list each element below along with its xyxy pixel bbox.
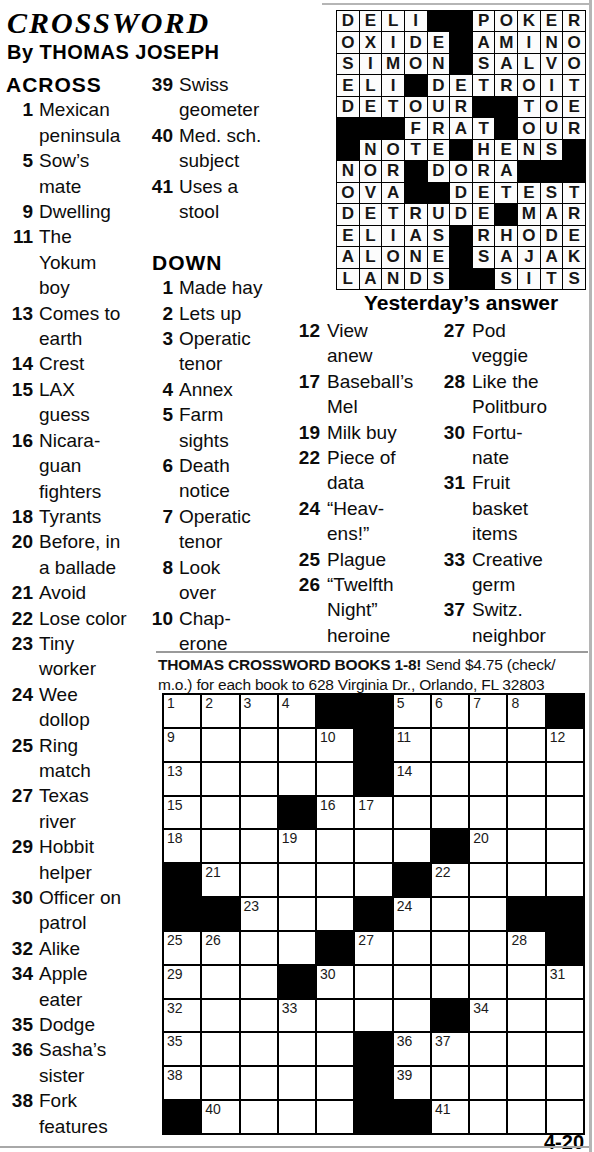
puzzle-cell-r11c4[interactable] xyxy=(279,1033,315,1065)
puzzle-cell-r9c5[interactable]: 30 xyxy=(317,966,353,998)
clue-40: 40Med. sch. subject xyxy=(143,123,300,174)
clue-text: Farm sights xyxy=(179,402,229,453)
puzzle-cell-r3c8[interactable] xyxy=(432,763,468,795)
cell-number: 21 xyxy=(205,864,221,880)
clue-text: LAX guess xyxy=(39,377,90,428)
answer-cell-r10c11: R xyxy=(563,204,585,224)
puzzle-cell-r11c5[interactable] xyxy=(317,1033,353,1065)
puzzle-cell-r11c7[interactable]: 36 xyxy=(394,1033,430,1065)
puzzle-cell-r9c11[interactable]: 31 xyxy=(547,966,583,998)
answer-cell-r6c8 xyxy=(495,118,517,138)
clue-22: 22Piece of data xyxy=(292,445,438,496)
answer-cell-r11c7: R xyxy=(473,226,495,246)
clue-number: 18 xyxy=(6,504,33,529)
puzzle-cell-r1c3[interactable]: 3 xyxy=(241,695,277,727)
clue-21: 21Avoid xyxy=(6,580,154,605)
puzzle-cell-r12c10[interactable] xyxy=(508,1067,544,1099)
cell-number: 18 xyxy=(167,830,183,846)
clue-number: 9 xyxy=(6,199,33,224)
puzzle-cell-r10c10[interactable] xyxy=(508,1000,544,1032)
puzzle-cell-r9c8[interactable] xyxy=(432,966,468,998)
puzzle-cell-r12c9[interactable] xyxy=(470,1067,506,1099)
clue-number: 10 xyxy=(143,606,173,657)
puzzle-cell-r8c2[interactable]: 26 xyxy=(202,932,238,964)
puzzle-cell-r1c4[interactable]: 4 xyxy=(279,695,315,727)
answer-cell-r11c5: S xyxy=(428,226,450,246)
clue-text: Tyrants xyxy=(39,504,101,529)
puzzle-cell-r3c9[interactable] xyxy=(470,763,506,795)
puzzle-cell-r7c2 xyxy=(202,898,238,930)
clue-1: 1Made hay xyxy=(143,275,300,300)
clue-text: Officer on patrol xyxy=(39,885,121,936)
puzzle-cell-r3c3[interactable] xyxy=(241,763,277,795)
answer-cell-r9c7: E xyxy=(473,183,495,203)
puzzle-cell-r4c11[interactable] xyxy=(547,797,583,829)
answer-cell-r2c4: D xyxy=(405,32,427,52)
puzzle-cell-r10c8 xyxy=(432,1000,468,1032)
across-clue-list-1: 1Mexican peninsula5Sow’s mate9Dwelling11… xyxy=(6,97,154,1139)
cell-number: 22 xyxy=(435,864,451,880)
clue-24: 24Wee dollop xyxy=(6,682,154,733)
clue-number: 7 xyxy=(143,504,173,555)
clue-text: Before, in a ballade xyxy=(39,529,120,580)
puzzle-cell-r7c8[interactable] xyxy=(432,898,468,930)
puzzle-cell-r7c9[interactable] xyxy=(470,898,506,930)
answer-cell-r4c3: I xyxy=(382,75,404,95)
puzzle-cell-r10c11[interactable] xyxy=(547,1000,583,1032)
puzzle-cell-r12c8[interactable] xyxy=(432,1067,468,1099)
puzzle-cell-r12c1[interactable]: 38 xyxy=(164,1067,200,1099)
clue-text: Lets up xyxy=(179,301,241,326)
clue-text: Death notice xyxy=(179,453,230,504)
puzzle-cell-r13c11[interactable] xyxy=(547,1101,583,1133)
puzzle-cell-r6c6[interactable] xyxy=(355,864,391,896)
puzzle-cell-r1c11 xyxy=(547,695,583,727)
answer-cell-r12c2: L xyxy=(360,247,382,267)
answer-cell-r5c4: O xyxy=(405,97,427,117)
puzzle-cell-r7c3[interactable]: 23 xyxy=(241,898,277,930)
answer-cell-r10c9: M xyxy=(518,204,540,224)
puzzle-cell-r2c8[interactable] xyxy=(432,729,468,761)
clue-22: 22Lose color xyxy=(6,606,154,631)
answer-cell-r8c2: O xyxy=(360,161,382,181)
puzzle-cell-r13c4[interactable] xyxy=(279,1101,315,1133)
clue-27: 27Texas river xyxy=(6,783,154,834)
puzzle-cell-r12c5[interactable] xyxy=(317,1067,353,1099)
puzzle-cell-r2c9[interactable] xyxy=(470,729,506,761)
answer-cell-r4c5: D xyxy=(428,75,450,95)
puzzle-cell-r4c8[interactable] xyxy=(432,797,468,829)
clue-text: Dwelling xyxy=(39,199,111,224)
puzzle-cell-r10c6[interactable] xyxy=(355,1000,391,1032)
answer-cell-r2c8: M xyxy=(495,32,517,52)
puzzle-cell-r10c1[interactable]: 32 xyxy=(164,1000,200,1032)
answer-cell-r8c9 xyxy=(518,161,540,181)
answer-cell-r2c9: I xyxy=(518,32,540,52)
answer-cell-r8c8: A xyxy=(495,161,517,181)
puzzle-cell-r10c9[interactable]: 34 xyxy=(470,1000,506,1032)
bottom-divider-line xyxy=(0,1146,592,1148)
puzzle-cell-r12c11[interactable] xyxy=(547,1067,583,1099)
answer-cell-r10c2: E xyxy=(360,204,382,224)
clue-number: 27 xyxy=(437,318,465,369)
spacer xyxy=(143,224,300,249)
clue-number: 37 xyxy=(437,597,465,648)
answer-cell-r6c1 xyxy=(337,118,359,138)
clue-text: Milk buy xyxy=(327,420,397,445)
puzzle-cell-r13c7 xyxy=(394,1101,430,1133)
answer-cell-r5c9: T xyxy=(518,97,540,117)
puzzle-cell-r1c1[interactable]: 1 xyxy=(164,695,200,727)
answer-cell-r1c11: R xyxy=(563,11,585,31)
answer-cell-r5c8 xyxy=(495,97,517,117)
puzzle-cell-r9c10[interactable] xyxy=(508,966,544,998)
puzzle-cell-r12c3[interactable] xyxy=(241,1067,277,1099)
puzzle-cell-r13c5[interactable] xyxy=(317,1101,353,1133)
clue-number: 25 xyxy=(6,733,33,784)
puzzle-cell-r10c3[interactable] xyxy=(241,1000,277,1032)
puzzle-cell-r8c3[interactable] xyxy=(241,932,277,964)
answer-cell-r1c6 xyxy=(450,11,472,31)
clue-text: Plague xyxy=(327,547,386,572)
puzzle-cell-r5c9[interactable]: 20 xyxy=(470,830,506,862)
puzzle-cell-r8c9[interactable] xyxy=(470,932,506,964)
clue-text: Lose color xyxy=(39,606,127,631)
down-clue-list-3: 27Pod veggie28Like the Politburo30Fortu-… xyxy=(437,318,589,648)
answer-cell-r7c11 xyxy=(563,140,585,160)
puzzle-cell-r9c6[interactable] xyxy=(355,966,391,998)
answer-cell-r6c7: T xyxy=(473,118,495,138)
puzzle-cell-r9c9[interactable] xyxy=(470,966,506,998)
clue-35: 35Dodge xyxy=(6,1012,154,1037)
puzzle-cell-r5c4[interactable]: 19 xyxy=(279,830,315,862)
puzzle-cell-r11c9[interactable] xyxy=(470,1033,506,1065)
cell-number: 4 xyxy=(282,695,290,711)
cell-number: 23 xyxy=(244,898,260,914)
puzzle-cell-r5c8 xyxy=(432,830,468,862)
puzzle-cell-r5c5[interactable] xyxy=(317,830,353,862)
answer-cell-r8c3: R xyxy=(382,161,404,181)
puzzle-cell-r4c6[interactable]: 17 xyxy=(355,797,391,829)
cell-number: 8 xyxy=(511,695,519,711)
clue-10: 10Chap- erone xyxy=(143,606,300,657)
puzzle-cell-r2c4[interactable] xyxy=(279,729,315,761)
puzzle-cell-r10c4[interactable]: 33 xyxy=(279,1000,315,1032)
puzzle-cell-r13c8[interactable]: 41 xyxy=(432,1101,468,1133)
cell-number: 36 xyxy=(397,1033,413,1049)
clue-number: 22 xyxy=(6,606,33,631)
puzzle-cell-r12c7[interactable]: 39 xyxy=(394,1067,430,1099)
puzzle-cell-r12c4[interactable] xyxy=(279,1067,315,1099)
puzzle-cell-r1c6 xyxy=(355,695,391,727)
puzzle-cell-r3c7[interactable]: 14 xyxy=(394,763,430,795)
puzzle-cell-r6c9[interactable] xyxy=(470,864,506,896)
clue-number: 36 xyxy=(6,1037,33,1088)
puzzle-cell-r4c7[interactable] xyxy=(394,797,430,829)
puzzle-cell-r6c5[interactable] xyxy=(317,864,353,896)
clue-13: 13Comes to earth xyxy=(6,301,154,352)
answer-cell-r12c9: J xyxy=(518,247,540,267)
puzzle-cell-r8c4[interactable] xyxy=(279,932,315,964)
clue-18: 18Tyrants xyxy=(6,504,154,529)
clue-12: 12View anew xyxy=(292,318,438,369)
crossword-page: CROSSWORD By THOMAS JOSEPH ACROSS 1Mexic… xyxy=(0,0,594,1152)
clue-text: Comes to earth xyxy=(39,301,120,352)
puzzle-cell-r13c3[interactable] xyxy=(241,1101,277,1133)
puzzle-cell-r4c2[interactable] xyxy=(202,797,238,829)
answer-cell-r8c5: D xyxy=(428,161,450,181)
clue-text: Sow’s mate xyxy=(39,148,89,199)
answer-cell-r2c7: A xyxy=(473,32,495,52)
puzzle-cell-r10c5[interactable] xyxy=(317,1000,353,1032)
puzzle-cell-r11c1[interactable]: 35 xyxy=(164,1033,200,1065)
cell-number: 19 xyxy=(282,830,298,846)
clue-5: 5Farm sights xyxy=(143,402,300,453)
clue-number: 11 xyxy=(6,224,33,300)
puzzle-cell-r5c3[interactable] xyxy=(241,830,277,862)
answer-cell-r12c8: A xyxy=(495,247,517,267)
puzzle-cell-r11c3[interactable] xyxy=(241,1033,277,1065)
puzzle-cell-r10c2[interactable] xyxy=(202,1000,238,1032)
clue-text: Med. sch. subject xyxy=(179,123,261,174)
puzzle-cell-r3c2[interactable] xyxy=(202,763,238,795)
puzzle-cell-r5c6[interactable] xyxy=(355,830,391,862)
clue-number: 30 xyxy=(437,420,465,471)
answer-cell-r9c11: T xyxy=(563,183,585,203)
puzzle-cell-r13c2[interactable]: 40 xyxy=(202,1101,238,1133)
answer-cell-r11c3: I xyxy=(382,226,404,246)
cell-number: 5 xyxy=(397,695,405,711)
puzzle-cell-r11c10[interactable] xyxy=(508,1033,544,1065)
answer-cell-r12c6 xyxy=(450,247,472,267)
puzzle-cell-r1c2[interactable]: 2 xyxy=(202,695,238,727)
answer-cell-r8c7: R xyxy=(473,161,495,181)
puzzle-cell-r4c10[interactable] xyxy=(508,797,544,829)
cell-number: 2 xyxy=(205,695,213,711)
puzzle-cell-r8c10[interactable]: 28 xyxy=(508,932,544,964)
puzzle-cell-r13c10[interactable] xyxy=(508,1101,544,1133)
puzzle-cell-r6c8[interactable]: 22 xyxy=(432,864,468,896)
puzzle-cell-r7c5[interactable] xyxy=(317,898,353,930)
clue-number: 1 xyxy=(6,97,33,148)
answer-cell-r9c5 xyxy=(428,183,450,203)
puzzle-cell-r4c1[interactable]: 15 xyxy=(164,797,200,829)
puzzle-cell-r13c9[interactable] xyxy=(470,1101,506,1133)
puzzle-cell-r4c5[interactable]: 16 xyxy=(317,797,353,829)
puzzle-cell-r3c4[interactable] xyxy=(279,763,315,795)
clue-text: The Yokum boy xyxy=(39,224,96,300)
answer-cell-r3c9: L xyxy=(518,54,540,74)
puzzle-cell-r10c7[interactable] xyxy=(394,1000,430,1032)
cell-number: 13 xyxy=(167,763,183,779)
answer-cell-r4c10: I xyxy=(541,75,563,95)
clue-text: Fork features xyxy=(39,1088,108,1139)
puzzle-cell-r8c1[interactable]: 25 xyxy=(164,932,200,964)
answer-cell-r1c2: E xyxy=(360,11,382,31)
puzzle-cell-r4c3[interactable] xyxy=(241,797,277,829)
page-title: CROSSWORD xyxy=(7,6,210,40)
across-clues-column: ACROSS 1Mexican peninsula5Sow’s mate9Dwe… xyxy=(6,72,154,1139)
puzzle-cell-r2c11[interactable]: 12 xyxy=(547,729,583,761)
clue-number: 2 xyxy=(143,301,173,326)
puzzle-cell-r7c11 xyxy=(547,898,583,930)
clue-text: Made hay xyxy=(179,275,262,300)
clue-number: 24 xyxy=(6,682,33,733)
clue-text: Uses a stool xyxy=(179,174,238,225)
answer-cell-r6c5: R xyxy=(428,118,450,138)
answer-cell-r10c8 xyxy=(495,204,517,224)
clue-38: 38Fork features xyxy=(6,1088,154,1139)
puzzle-cell-r2c5[interactable]: 10 xyxy=(317,729,353,761)
puzzle-cell-r11c8[interactable]: 37 xyxy=(432,1033,468,1065)
cell-number: 39 xyxy=(397,1067,413,1083)
clue-number: 30 xyxy=(6,885,33,936)
clue-number: 14 xyxy=(6,351,33,376)
across-header: ACROSS xyxy=(6,72,154,97)
puzzle-cell-r9c1[interactable]: 29 xyxy=(164,966,200,998)
clue-25: 25Ring match xyxy=(6,733,154,784)
answer-cell-r5c10: O xyxy=(541,97,563,117)
cell-number: 20 xyxy=(473,830,489,846)
puzzle-cell-r2c10[interactable] xyxy=(508,729,544,761)
answer-cell-r1c9: K xyxy=(518,11,540,31)
puzzle-cell-r8c6[interactable]: 27 xyxy=(355,932,391,964)
puzzle-cell-r3c5[interactable] xyxy=(317,763,353,795)
puzzle-cell-r1c7[interactable]: 5 xyxy=(394,695,430,727)
clue-31: 31Fruit basket items xyxy=(437,470,589,546)
down-clues-column-3: 27Pod veggie28Like the Politburo30Fortu-… xyxy=(437,318,589,648)
clue-text: Piece of data xyxy=(327,445,396,496)
puzzle-cell-r5c2[interactable] xyxy=(202,830,238,862)
clue-number: 35 xyxy=(6,1012,33,1037)
clue-34: 34Apple eater xyxy=(6,961,154,1012)
puzzle-cell-r5c10[interactable] xyxy=(508,830,544,862)
answer-cell-r9c3: A xyxy=(382,183,404,203)
clue-text: Ring match xyxy=(39,733,91,784)
puzzle-cell-r11c11[interactable] xyxy=(547,1033,583,1065)
puzzle-cell-r1c10[interactable]: 8 xyxy=(508,695,544,727)
puzzle-cell-r5c1[interactable]: 18 xyxy=(164,830,200,862)
cell-number: 28 xyxy=(511,932,527,948)
answer-cell-r12c7: S xyxy=(473,247,495,267)
puzzle-cell-r3c1[interactable]: 13 xyxy=(164,763,200,795)
answer-cell-r5c11: E xyxy=(563,97,585,117)
puzzle-cell-r6c11[interactable] xyxy=(547,864,583,896)
answer-cell-r5c3: T xyxy=(382,97,404,117)
cell-number: 38 xyxy=(167,1067,183,1083)
clue-8: 8Look over xyxy=(143,555,300,606)
clue-number: 3 xyxy=(143,326,173,377)
puzzle-cell-r3c6 xyxy=(355,763,391,795)
puzzle-cell-r6c2[interactable]: 21 xyxy=(202,864,238,896)
clue-text: Swiss geometer xyxy=(179,72,259,123)
answer-cell-r13c4: D xyxy=(405,269,427,289)
puzzle-cell-r8c7[interactable] xyxy=(394,932,430,964)
clue-text: Sasha’s sister xyxy=(39,1037,106,1088)
promo-line-1: THOMAS CROSSWORD BOOKS 1-8! Send $4.75 (… xyxy=(158,655,592,675)
answer-cell-r8c11 xyxy=(563,161,585,181)
puzzle-cell-r5c7[interactable] xyxy=(394,830,430,862)
cell-number: 1 xyxy=(167,695,175,711)
clue-32: 32Alike xyxy=(6,936,154,961)
puzzle-cell-r12c2[interactable] xyxy=(202,1067,238,1099)
clue-3: 3Operatic tenor xyxy=(143,326,300,377)
clue-text: Apple eater xyxy=(39,961,88,1012)
clue-text: Like the Politburo xyxy=(472,369,547,420)
clue-5: 5Sow’s mate xyxy=(6,148,154,199)
clue-text: Alike xyxy=(39,936,80,961)
answer-cell-r9c2: V xyxy=(360,183,382,203)
puzzle-cell-r9c3[interactable] xyxy=(241,966,277,998)
clue-text: Look over xyxy=(179,555,220,606)
answer-cell-r3c6 xyxy=(450,54,472,74)
clue-text: Chap- erone xyxy=(179,606,231,657)
answer-cell-r1c5 xyxy=(428,11,450,31)
clue-number: 27 xyxy=(6,783,33,834)
clue-text: Tiny worker xyxy=(39,631,96,682)
puzzle-cell-r3c11[interactable] xyxy=(547,763,583,795)
puzzle-cell-r2c1[interactable]: 9 xyxy=(164,729,200,761)
puzzle-cell-r5c11[interactable] xyxy=(547,830,583,862)
answer-cell-r3c3: M xyxy=(382,54,404,74)
answer-cell-r7c4: T xyxy=(405,140,427,160)
answer-cell-r1c7: P xyxy=(473,11,495,31)
puzzle-date: 4-20 xyxy=(470,1131,584,1152)
down-clue-list-2: 12View anew17Baseball’s Mel19Milk buy22P… xyxy=(292,318,438,648)
clue-number: 22 xyxy=(292,445,320,496)
top-divider-line xyxy=(322,3,589,5)
clue-number: 12 xyxy=(292,318,320,369)
puzzle-cell-r8c8[interactable] xyxy=(432,932,468,964)
answer-cell-r12c11: K xyxy=(563,247,585,267)
puzzle-cell-r9c2[interactable] xyxy=(202,966,238,998)
clue-number: 39 xyxy=(143,72,173,123)
puzzle-cell-r9c7[interactable] xyxy=(394,966,430,998)
cell-number: 33 xyxy=(282,1000,298,1016)
answer-cell-r7c2: N xyxy=(360,140,382,160)
puzzle-cell-r8c5 xyxy=(317,932,353,964)
puzzle-cell-r2c2[interactable] xyxy=(202,729,238,761)
puzzle-cell-r3c10[interactable] xyxy=(508,763,544,795)
puzzle-cell-r6c4[interactable] xyxy=(279,864,315,896)
puzzle-cell-r11c2[interactable] xyxy=(202,1033,238,1065)
puzzle-cell-r1c5 xyxy=(317,695,353,727)
cell-number: 40 xyxy=(205,1101,221,1117)
clue-number: 32 xyxy=(6,936,33,961)
clue-text: Nicara- guan fighters xyxy=(39,428,101,504)
clue-number: 38 xyxy=(6,1088,33,1139)
puzzle-cell-r7c4[interactable] xyxy=(279,898,315,930)
puzzle-cell-r11c6 xyxy=(355,1033,391,1065)
puzzle-cell-r6c3[interactable] xyxy=(241,864,277,896)
clue-number: 33 xyxy=(437,547,465,598)
puzzle-cell-r6c10[interactable] xyxy=(508,864,544,896)
puzzle-cell-r2c3[interactable] xyxy=(241,729,277,761)
answer-cell-r12c10: A xyxy=(541,247,563,267)
cell-number: 7 xyxy=(473,695,481,711)
answer-cell-r11c11: E xyxy=(563,226,585,246)
clue-text: “Heav- ens!” xyxy=(327,496,384,547)
clue-number: 6 xyxy=(143,453,173,504)
puzzle-cell-r6c1 xyxy=(164,864,200,896)
puzzle-cell-r7c7[interactable]: 24 xyxy=(394,898,430,930)
puzzle-cell-r1c8[interactable]: 6 xyxy=(432,695,468,727)
puzzle-cell-r2c7[interactable]: 11 xyxy=(394,729,430,761)
answer-cell-r2c1: O xyxy=(337,32,359,52)
puzzle-cell-r4c9[interactable] xyxy=(470,797,506,829)
answer-cell-r2c6 xyxy=(450,32,472,52)
puzzle-cell-r1c9[interactable]: 7 xyxy=(470,695,506,727)
